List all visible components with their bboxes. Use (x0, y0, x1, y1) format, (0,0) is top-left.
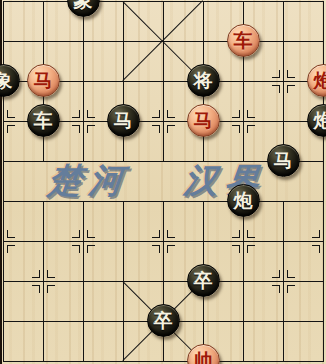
point-marker (232, 110, 240, 118)
point-marker (47, 270, 55, 278)
piece-character: 车 (234, 31, 253, 50)
piece-character: 车 (34, 111, 53, 130)
point-marker (152, 230, 160, 238)
point-marker (312, 230, 320, 238)
point-marker (152, 245, 160, 253)
point-marker (87, 230, 95, 238)
piece-black-soldier[interactable]: 卒 (187, 264, 220, 297)
point-marker (72, 245, 80, 253)
point-marker (247, 110, 255, 118)
point-marker (87, 245, 95, 253)
point-marker (167, 125, 175, 133)
piece-character: 马 (194, 111, 213, 130)
point-marker (272, 70, 280, 78)
piece-red-general[interactable]: 帅 (187, 344, 220, 364)
point-marker (167, 245, 175, 253)
point-marker (247, 245, 255, 253)
grid-line (163, 201, 164, 361)
grid-line (163, 1, 164, 161)
piece-black-elephant[interactable]: 象 (67, 0, 100, 17)
point-marker (72, 230, 80, 238)
point-marker (272, 285, 280, 293)
piece-character: 象 (0, 71, 13, 90)
point-marker (167, 110, 175, 118)
point-marker (272, 85, 280, 93)
point-marker (72, 110, 80, 118)
grid-line (3, 1, 4, 362)
piece-black-elephant[interactable]: 象 (0, 64, 20, 97)
point-marker (7, 110, 15, 118)
grid-line (323, 1, 324, 362)
piece-character: 马 (34, 71, 53, 90)
point-marker (32, 270, 40, 278)
river-label-chuhe: 楚河 (46, 158, 133, 202)
point-marker (87, 125, 95, 133)
piece-red-cannon[interactable]: 炮 (307, 64, 326, 97)
grid-line (243, 201, 244, 361)
piece-character: 马 (114, 111, 133, 130)
point-marker (247, 230, 255, 238)
grid-line (83, 1, 84, 161)
grid-line (83, 201, 84, 361)
point-marker (312, 245, 320, 253)
piece-red-horse[interactable]: 马 (187, 104, 220, 137)
point-marker (287, 285, 295, 293)
point-marker (7, 245, 15, 253)
piece-red-horse[interactable]: 马 (27, 64, 60, 97)
point-marker (247, 125, 255, 133)
piece-black-general[interactable]: 将 (187, 64, 220, 97)
piece-character: 马 (274, 151, 293, 170)
grid-line (283, 1, 284, 161)
grid-line (3, 361, 324, 362)
piece-character: 炮 (314, 71, 326, 90)
point-marker (232, 230, 240, 238)
point-marker (7, 230, 15, 238)
point-marker (232, 125, 240, 133)
piece-black-horse[interactable]: 马 (267, 144, 300, 177)
piece-black-soldier[interactable]: 卒 (147, 304, 180, 337)
board-left-border (0, 0, 2, 364)
piece-character: 帅 (194, 351, 213, 364)
piece-character: 炮 (234, 191, 253, 210)
grid-line (283, 201, 284, 361)
point-marker (232, 245, 240, 253)
piece-black-cannon[interactable]: 炮 (227, 184, 260, 217)
point-marker (287, 70, 295, 78)
point-marker (32, 285, 40, 293)
point-marker (87, 110, 95, 118)
piece-black-chariot[interactable]: 车 (27, 104, 60, 137)
piece-character: 象 (74, 0, 93, 10)
point-marker (152, 125, 160, 133)
piece-character: 炮 (314, 111, 326, 130)
piece-red-chariot[interactable]: 车 (227, 24, 260, 57)
piece-black-horse[interactable]: 马 (107, 104, 140, 137)
xiangqi-board[interactable]: 楚河 汉界 象车象马将炮车马马炮马炮卒卒帅 (0, 0, 326, 364)
grid-line (43, 201, 44, 361)
point-marker (272, 270, 280, 278)
point-marker (287, 270, 295, 278)
piece-character: 卒 (194, 271, 213, 290)
point-marker (47, 285, 55, 293)
point-marker (287, 85, 295, 93)
grid-line (123, 1, 124, 161)
point-marker (167, 230, 175, 238)
piece-black-cannon[interactable]: 炮 (307, 104, 326, 137)
piece-character: 卒 (154, 311, 173, 330)
point-marker (152, 110, 160, 118)
piece-character: 将 (194, 71, 213, 90)
point-marker (7, 125, 15, 133)
point-marker (72, 125, 80, 133)
